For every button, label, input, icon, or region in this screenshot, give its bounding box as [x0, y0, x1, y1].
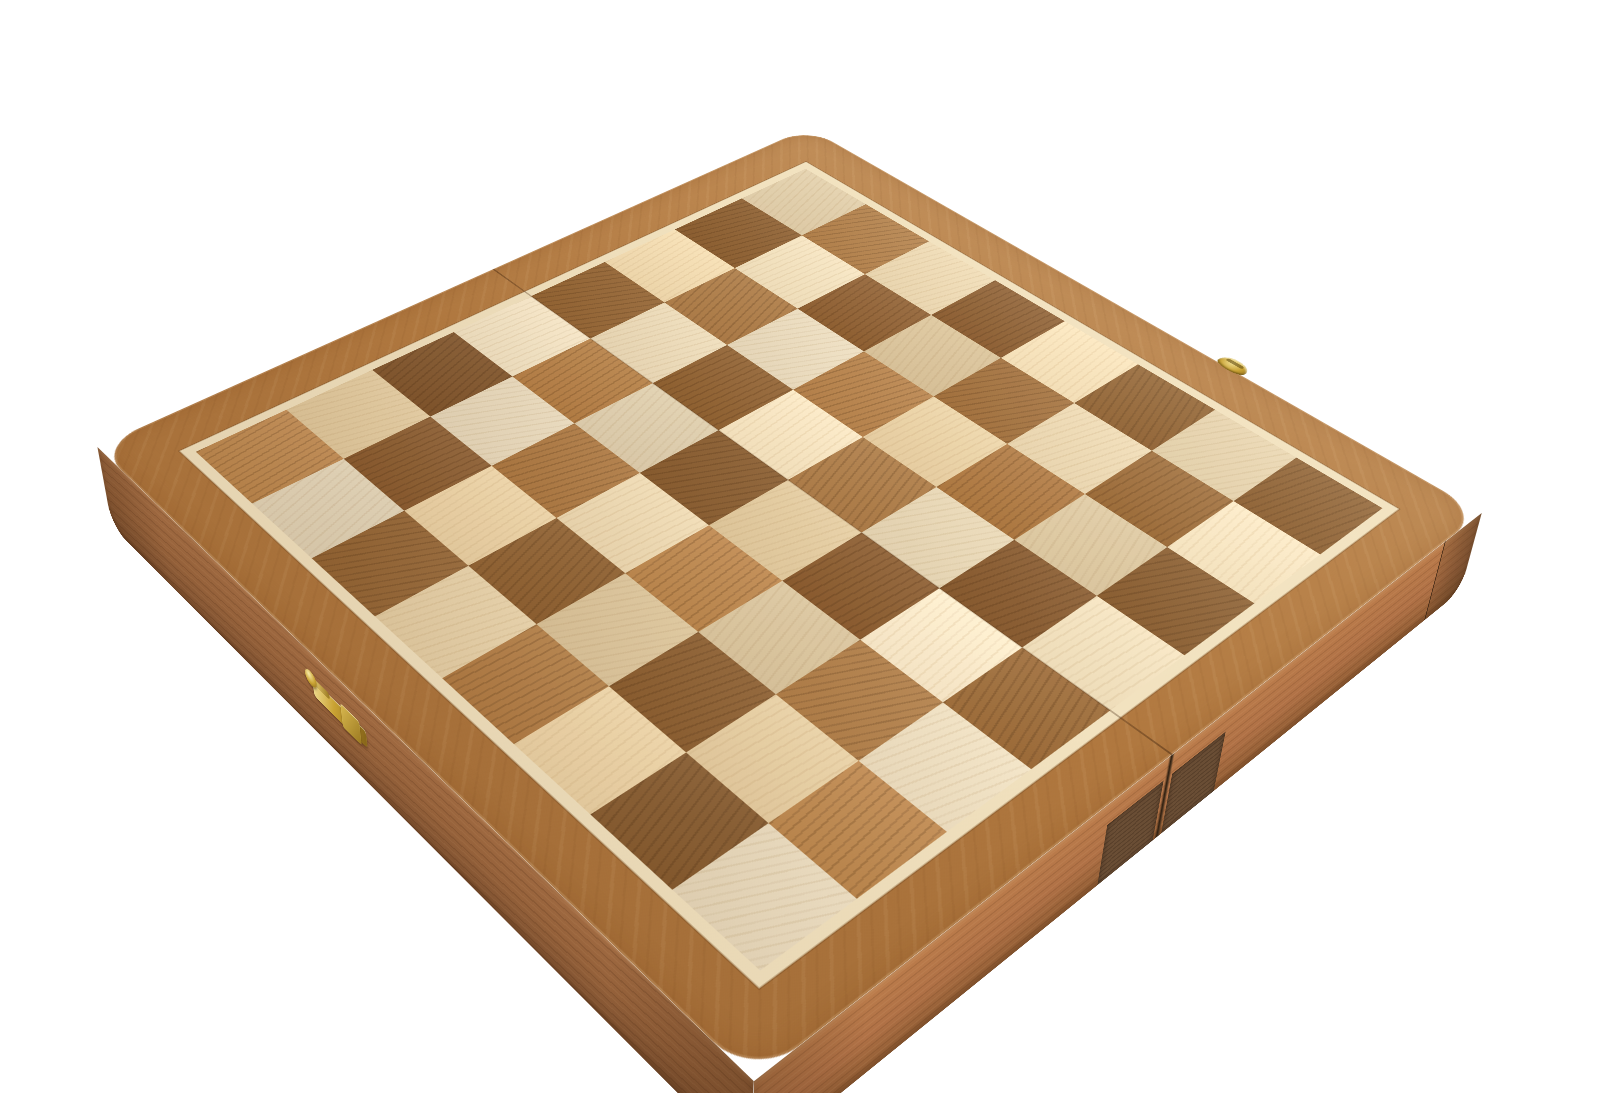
square-h1-light — [672, 823, 856, 970]
square-d2-dark — [468, 518, 625, 624]
square-h2-dark — [769, 761, 947, 899]
square-e1-dark — [442, 624, 609, 744]
square-g1-dark — [590, 752, 768, 889]
square-h4-dark — [943, 647, 1110, 769]
square-h6-dark — [1097, 547, 1255, 655]
square-f3-light — [698, 581, 860, 695]
square-h7-light — [1167, 501, 1320, 603]
square-g3-dark — [776, 640, 943, 761]
square-h3-light — [859, 702, 1032, 831]
square-f4-dark — [782, 533, 939, 640]
square-g2-light — [686, 694, 858, 823]
square-g6-light — [1014, 494, 1167, 596]
square-e4-light — [709, 480, 862, 581]
square-f2-dark — [609, 632, 776, 753]
square-f1-light — [514, 686, 686, 814]
square-g4-light — [860, 588, 1022, 702]
latch-step — [340, 703, 362, 745]
product-photo-canvas — [0, 0, 1618, 1093]
light-sheen-overlay — [97, 128, 1481, 1082]
square-b1-light — [252, 459, 404, 558]
square-h5-light — [1022, 596, 1184, 711]
square-e2-light — [536, 573, 698, 686]
square-g5-dark — [939, 540, 1096, 648]
board-top-face — [97, 128, 1481, 1082]
square-d1-light — [375, 566, 537, 678]
square-c2-light — [404, 466, 556, 566]
square-d3-light — [557, 473, 709, 573]
camera-tilt-wrapper — [0, 0, 1618, 1093]
latch-knob — [304, 665, 317, 691]
chess-board — [97, 128, 1481, 1082]
square-c1-dark — [312, 511, 469, 617]
square-e3-dark — [625, 525, 782, 632]
square-f5-light — [862, 487, 1015, 588]
